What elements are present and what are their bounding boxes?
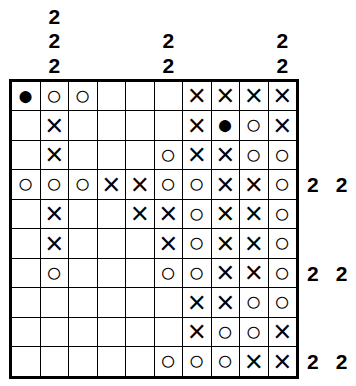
cell-r1c1[interactable]: ×	[41, 111, 69, 140]
cell-r3c0[interactable]: ○	[12, 170, 40, 199]
circle-mark: ○	[245, 111, 262, 139]
circle-mark: ○	[160, 259, 177, 287]
cell-r4c5[interactable]: ×	[155, 200, 183, 229]
circle-mark: ○	[274, 141, 291, 169]
cell-r6c7[interactable]: ×	[212, 259, 240, 288]
cell-r0c3[interactable]	[98, 82, 126, 111]
top-clue-empty	[183, 53, 211, 78]
cell-r9c0[interactable]	[12, 347, 40, 376]
cross-mark: ×	[216, 82, 234, 111]
cell-r1c0[interactable]	[12, 111, 40, 140]
cell-r5c4[interactable]	[126, 229, 154, 258]
top-clue-col9: 2	[269, 53, 297, 78]
circle-mark: ○	[17, 170, 34, 198]
top-clue-col5: 2	[155, 53, 183, 78]
top-clue-empty	[126, 29, 154, 54]
cell-r7c5[interactable]	[155, 288, 183, 317]
right-clue-row0	[307, 82, 347, 112]
circle-mark: ○	[274, 259, 291, 287]
board-area: ●○○××××××●○××○××○○○○○××○○××○×××○××○××○××…	[9, 79, 356, 379]
cross-mark: ×	[188, 82, 206, 111]
top-clue-empty	[98, 4, 126, 29]
top-clue-empty	[155, 4, 183, 29]
top-clue-empty	[240, 29, 268, 54]
circle-mark: ○	[245, 318, 262, 346]
circle-mark: ○	[46, 259, 63, 287]
circle-mark: ○	[188, 259, 205, 287]
right-clue-row7	[307, 288, 347, 318]
cell-r7c9[interactable]: ○	[269, 288, 297, 317]
top-clue-col5: 2	[155, 29, 183, 54]
cell-r7c6[interactable]: ×	[183, 288, 211, 317]
circle-mark: ○	[274, 229, 291, 257]
circle-mark: ○	[160, 170, 177, 198]
cross-mark: ×	[245, 347, 263, 376]
cell-r5c8[interactable]: ×	[240, 229, 268, 258]
cell-r0c2[interactable]: ○	[69, 82, 97, 111]
right-clue-number: 2	[336, 174, 348, 195]
cell-r0c6[interactable]: ×	[183, 82, 211, 111]
cell-r3c5[interactable]: ○	[155, 170, 183, 199]
cell-r4c0[interactable]	[12, 200, 40, 229]
cross-mark: ×	[159, 229, 177, 258]
circle-mark: ○	[46, 82, 63, 110]
cell-r4c9[interactable]: ○	[269, 200, 297, 229]
right-clue-row1	[307, 111, 347, 141]
right-clue-row6: 22	[307, 259, 347, 289]
right-clue-number: 2	[307, 351, 319, 372]
cell-r0c0[interactable]: ●	[12, 82, 40, 111]
top-clue-empty	[269, 4, 297, 29]
top-clue-empty	[69, 53, 97, 78]
cell-r6c1[interactable]: ○	[41, 259, 69, 288]
right-clue-row3: 22	[307, 170, 347, 200]
top-clue-empty	[69, 4, 97, 29]
circle-mark: ○	[188, 170, 205, 198]
cell-r5c9[interactable]: ○	[269, 229, 297, 258]
right-clues: 222222	[299, 82, 347, 377]
cross-mark: ×	[245, 170, 263, 199]
cell-r5c7[interactable]: ×	[212, 229, 240, 258]
circle-mark: ○	[74, 82, 91, 110]
cell-r9c1[interactable]	[41, 347, 69, 376]
cross-mark: ×	[216, 229, 234, 258]
cross-mark: ×	[102, 170, 120, 199]
cell-r0c8[interactable]: ×	[240, 82, 268, 111]
cell-r3c3[interactable]: ×	[98, 170, 126, 199]
cell-r2c6[interactable]: ×	[183, 141, 211, 170]
right-clue-row4	[307, 200, 347, 230]
cell-r8c7[interactable]: ○	[212, 318, 240, 347]
cell-r2c1[interactable]: ×	[41, 141, 69, 170]
circle-mark: ○	[188, 347, 205, 375]
cell-r9c7[interactable]: ○	[212, 347, 240, 376]
cell-r4c1[interactable]: ×	[41, 200, 69, 229]
cell-r6c3[interactable]	[98, 259, 126, 288]
top-clue-empty	[69, 29, 97, 54]
cell-r8c5[interactable]	[155, 318, 183, 347]
cross-mark: ×	[188, 111, 206, 140]
top-clue-empty	[12, 29, 40, 54]
filled-circle-mark: ●	[17, 82, 34, 110]
cross-mark: ×	[216, 141, 234, 170]
cell-r2c3[interactable]	[98, 141, 126, 170]
cell-r0c5[interactable]	[155, 82, 183, 111]
circle-mark: ○	[245, 288, 262, 316]
cell-r5c2[interactable]	[69, 229, 97, 258]
cell-r4c3[interactable]	[98, 200, 126, 229]
cell-r8c1[interactable]	[41, 318, 69, 347]
right-clue-row9: 22	[307, 347, 347, 377]
cell-r8c6[interactable]: ×	[183, 318, 211, 347]
cross-mark: ×	[245, 229, 263, 258]
circle-mark: ○	[217, 347, 234, 375]
cell-r8c8[interactable]: ○	[240, 318, 268, 347]
cell-r0c7[interactable]: ×	[212, 82, 240, 111]
cell-r1c2[interactable]	[69, 111, 97, 140]
cross-mark: ×	[131, 170, 149, 199]
cell-r6c8[interactable]: ×	[240, 259, 268, 288]
cross-mark: ×	[216, 288, 234, 317]
right-clue-row2	[307, 141, 347, 171]
filled-circle-mark: ●	[217, 111, 234, 139]
cell-r9c4[interactable]	[126, 347, 154, 376]
cross-mark: ×	[45, 229, 63, 258]
cross-mark: ×	[245, 82, 263, 111]
cell-r3c1[interactable]: ○	[41, 170, 69, 199]
cross-mark: ×	[45, 111, 63, 140]
circle-mark: ○	[46, 170, 63, 198]
cross-mark: ×	[216, 200, 234, 229]
cross-mark: ×	[159, 200, 177, 229]
top-clue-empty	[183, 29, 211, 54]
cell-r4c2[interactable]	[69, 200, 97, 229]
circle-mark: ○	[188, 229, 205, 257]
cross-mark: ×	[188, 288, 206, 317]
cross-mark: ×	[131, 200, 149, 229]
cross-mark: ×	[188, 141, 206, 170]
top-clue-empty	[212, 53, 240, 78]
top-clue-empty	[126, 53, 154, 78]
cell-r6c2[interactable]	[69, 259, 97, 288]
cross-mark: ×	[45, 141, 63, 170]
cell-r2c9[interactable]: ○	[269, 141, 297, 170]
cell-r9c8[interactable]: ×	[240, 347, 268, 376]
cross-mark: ×	[216, 259, 234, 288]
cross-mark: ×	[188, 318, 206, 347]
cell-r6c9[interactable]: ○	[269, 259, 297, 288]
cell-r1c3[interactable]	[98, 111, 126, 140]
cell-r3c2[interactable]: ○	[69, 170, 97, 199]
cell-r3c7[interactable]: ×	[212, 170, 240, 199]
circle-mark: ○	[274, 288, 291, 316]
top-clue-empty	[240, 53, 268, 78]
cell-r2c7[interactable]: ×	[212, 141, 240, 170]
top-clue-col1: 2	[41, 4, 69, 29]
cell-r1c9[interactable]: ×	[269, 111, 297, 140]
cell-r5c0[interactable]	[12, 229, 40, 258]
cell-r5c1[interactable]: ×	[41, 229, 69, 258]
cell-r8c3[interactable]	[98, 318, 126, 347]
cell-r9c6[interactable]: ○	[183, 347, 211, 376]
cell-r3c6[interactable]: ○	[183, 170, 211, 199]
cell-r7c8[interactable]: ○	[240, 288, 268, 317]
circle-mark: ○	[188, 200, 205, 228]
cross-mark: ×	[273, 347, 291, 376]
cell-r3c8[interactable]: ×	[240, 170, 268, 199]
top-clue-empty	[126, 4, 154, 29]
cell-r0c1[interactable]: ○	[41, 82, 69, 111]
puzzle-page: 2222222 ●○○××××××●○××○××○○○○○××○○××○×××○…	[0, 0, 356, 379]
cell-r8c9[interactable]: ×	[269, 318, 297, 347]
cell-r7c4[interactable]	[126, 288, 154, 317]
cross-mark: ×	[245, 200, 263, 229]
top-clues: 2222222	[12, 4, 356, 78]
cell-r8c0[interactable]	[12, 318, 40, 347]
cell-r3c9[interactable]: ○	[269, 170, 297, 199]
right-clue-number: 2	[307, 263, 319, 284]
circle-mark: ○	[217, 318, 234, 346]
cell-r0c9[interactable]: ×	[269, 82, 297, 111]
top-clue-empty	[240, 4, 268, 29]
top-clue-empty	[212, 29, 240, 54]
cell-r9c5[interactable]: ○	[155, 347, 183, 376]
cell-r9c9[interactable]: ×	[269, 347, 297, 376]
top-clue-col1: 2	[41, 53, 69, 78]
cell-r1c6[interactable]: ×	[183, 111, 211, 140]
circle-mark: ○	[160, 347, 177, 375]
cell-r4c6[interactable]: ○	[183, 200, 211, 229]
board: ●○○××××××●○××○××○○○○○××○○××○×××○××○××○××…	[9, 79, 299, 379]
cell-r1c5[interactable]	[155, 111, 183, 140]
cell-r7c2[interactable]	[69, 288, 97, 317]
top-clue-empty	[98, 29, 126, 54]
cell-r4c7[interactable]: ×	[212, 200, 240, 229]
top-clue-col1: 2	[41, 29, 69, 54]
cell-r2c4[interactable]	[126, 141, 154, 170]
cross-mark: ×	[45, 200, 63, 229]
top-clue-empty	[183, 4, 211, 29]
top-clue-empty	[12, 53, 40, 78]
cell-r2c0[interactable]	[12, 141, 40, 170]
right-clue-row8	[307, 318, 347, 348]
cell-r9c3[interactable]	[98, 347, 126, 376]
cross-mark: ×	[216, 170, 234, 199]
cell-r1c7[interactable]: ●	[212, 111, 240, 140]
cell-r2c8[interactable]: ○	[240, 141, 268, 170]
cell-r6c0[interactable]	[12, 259, 40, 288]
cell-r2c2[interactable]	[69, 141, 97, 170]
cell-r3c4[interactable]: ×	[126, 170, 154, 199]
cross-mark: ×	[273, 111, 291, 140]
cell-r8c2[interactable]	[69, 318, 97, 347]
cell-r0c4[interactable]	[126, 82, 154, 111]
cell-r5c6[interactable]: ○	[183, 229, 211, 258]
right-clue-row5	[307, 229, 347, 259]
cell-r6c4[interactable]	[126, 259, 154, 288]
top-clue-empty	[12, 4, 40, 29]
cell-r5c3[interactable]	[98, 229, 126, 258]
cross-mark: ×	[273, 82, 291, 111]
cell-r7c0[interactable]	[12, 288, 40, 317]
right-clue-number: 2	[336, 351, 348, 372]
cell-r8c4[interactable]	[126, 318, 154, 347]
circle-mark: ○	[274, 170, 291, 198]
cell-r1c8[interactable]: ○	[240, 111, 268, 140]
cross-mark: ×	[273, 318, 291, 347]
circle-mark: ○	[245, 141, 262, 169]
cell-r6c5[interactable]: ○	[155, 259, 183, 288]
cell-r1c4[interactable]	[126, 111, 154, 140]
right-clue-number: 2	[336, 263, 348, 284]
cross-mark: ×	[245, 259, 263, 288]
right-clue-number: 2	[307, 174, 319, 195]
circle-mark: ○	[274, 200, 291, 228]
cell-r9c2[interactable]	[69, 347, 97, 376]
cell-r2c5[interactable]: ○	[155, 141, 183, 170]
cell-r5c5[interactable]: ×	[155, 229, 183, 258]
top-clue-empty	[98, 53, 126, 78]
circle-mark: ○	[160, 141, 177, 169]
cell-r4c4[interactable]: ×	[126, 200, 154, 229]
cell-r7c3[interactable]	[98, 288, 126, 317]
top-clue-col9: 2	[269, 29, 297, 54]
cell-r6c6[interactable]: ○	[183, 259, 211, 288]
cell-r4c8[interactable]: ×	[240, 200, 268, 229]
cell-r7c7[interactable]: ×	[212, 288, 240, 317]
circle-mark: ○	[74, 170, 91, 198]
top-clue-empty	[212, 4, 240, 29]
cell-r7c1[interactable]	[41, 288, 69, 317]
